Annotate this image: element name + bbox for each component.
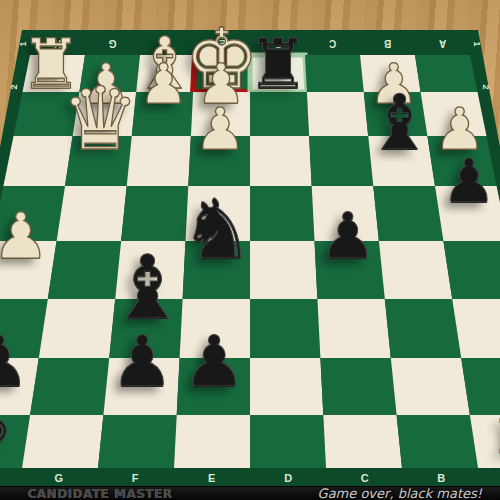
square-a5[interactable] <box>443 241 500 299</box>
square-g3[interactable] <box>65 136 132 186</box>
square-a3[interactable] <box>427 136 496 186</box>
square-h2[interactable] <box>14 92 80 136</box>
square-e5[interactable] <box>183 241 250 299</box>
square-a4[interactable] <box>435 186 500 241</box>
square-g8[interactable] <box>22 415 103 468</box>
square-g5[interactable] <box>48 241 121 299</box>
file-label-bottom-D: D <box>284 472 292 484</box>
square-f2[interactable] <box>132 92 193 136</box>
square-b4[interactable] <box>373 186 443 241</box>
file-label-top-A: A <box>439 38 446 49</box>
file-label-bottom-B: B <box>437 472 445 484</box>
chess-app: HHGGFFEEDDCCBBAA1122 ♜♝♚♜♟♟♟♟♛♟♝♟♟♟♞♟♝♟♟… <box>0 0 500 500</box>
status-bar: CANDIDATE MASTER Game over, black mates! <box>0 486 500 500</box>
square-e1[interactable] <box>193 55 250 92</box>
square-g2[interactable] <box>73 92 137 136</box>
rank-label-right-2: 2 <box>481 84 491 89</box>
square-h5[interactable] <box>0 241 57 299</box>
square-c8[interactable] <box>323 415 402 468</box>
player-level-label: CANDIDATE MASTER <box>28 487 173 500</box>
square-d6[interactable] <box>250 299 320 358</box>
square-d3[interactable] <box>250 136 312 186</box>
square-b7[interactable] <box>391 358 470 415</box>
square-f3[interactable] <box>127 136 191 186</box>
rank-label-left-2: 2 <box>9 84 19 89</box>
square-e7[interactable] <box>177 358 250 415</box>
rank-label-right-1: 1 <box>472 41 482 46</box>
square-g1[interactable] <box>79 55 140 92</box>
square-b8[interactable] <box>397 415 478 468</box>
square-e8[interactable] <box>174 415 250 468</box>
square-d8[interactable] <box>250 415 326 468</box>
square-e3[interactable] <box>188 136 250 186</box>
square-d4[interactable] <box>250 186 315 241</box>
square-e6[interactable] <box>180 299 250 358</box>
square-b3[interactable] <box>368 136 435 186</box>
file-label-top-E: E <box>219 38 226 49</box>
square-f7[interactable] <box>103 358 179 415</box>
square-a2[interactable] <box>421 92 487 136</box>
square-c5[interactable] <box>315 241 385 299</box>
square-c6[interactable] <box>317 299 390 358</box>
chess-board[interactable]: HHGGFFEEDDCCBBAA1122 <box>0 0 500 500</box>
square-d5[interactable] <box>250 241 317 299</box>
file-label-top-G: G <box>108 38 116 49</box>
square-f1[interactable] <box>136 55 195 92</box>
square-g6[interactable] <box>39 299 115 358</box>
file-label-bottom-C: C <box>361 472 369 484</box>
square-h1[interactable] <box>23 55 86 92</box>
square-f6[interactable] <box>109 299 182 358</box>
square-c4[interactable] <box>312 186 379 241</box>
square-g7[interactable] <box>30 358 109 415</box>
square-a1[interactable] <box>415 55 478 92</box>
square-b1[interactable] <box>360 55 421 92</box>
game-status-text: Game over, black mates! <box>318 486 482 500</box>
rank-label-left-1: 1 <box>18 41 28 46</box>
square-b2[interactable] <box>364 92 428 136</box>
square-f8[interactable] <box>98 415 177 468</box>
square-d7[interactable] <box>250 358 323 415</box>
square-d1[interactable] <box>250 55 307 92</box>
square-c7[interactable] <box>320 358 396 415</box>
file-label-top-C: C <box>329 38 336 49</box>
file-label-top-B: B <box>384 38 391 49</box>
square-c1[interactable] <box>305 55 364 92</box>
square-h4[interactable] <box>0 186 65 241</box>
square-f5[interactable] <box>115 241 185 299</box>
file-label-bottom-E: E <box>208 472 215 484</box>
file-label-bottom-G: G <box>54 472 63 484</box>
square-e2[interactable] <box>191 92 250 136</box>
square-b5[interactable] <box>379 241 452 299</box>
square-d2[interactable] <box>250 92 309 136</box>
file-label-bottom-F: F <box>132 472 139 484</box>
square-b6[interactable] <box>385 299 461 358</box>
file-label-top-F: F <box>164 38 170 49</box>
square-h3[interactable] <box>3 136 72 186</box>
square-c3[interactable] <box>309 136 373 186</box>
square-e4[interactable] <box>186 186 251 241</box>
square-c2[interactable] <box>307 92 368 136</box>
square-g4[interactable] <box>57 186 127 241</box>
file-label-top-H: H <box>54 38 61 49</box>
file-label-top-D: D <box>274 38 281 49</box>
square-f4[interactable] <box>121 186 188 241</box>
